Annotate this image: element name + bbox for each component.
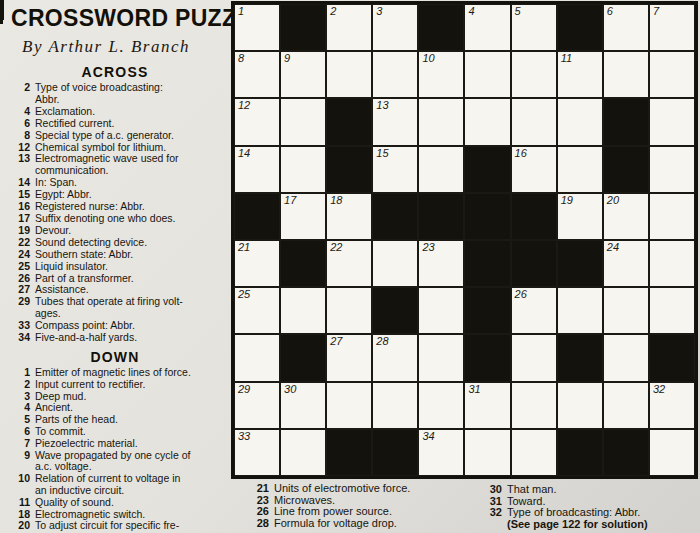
clue-number: 2 xyxy=(2,379,35,391)
cell-number-15: 15 xyxy=(376,147,388,160)
cell-r2c1[interactable]: 8 xyxy=(234,51,280,98)
clue-number: 20 xyxy=(2,520,35,533)
clue-down-10: 10Relation of current to voltage in an i… xyxy=(2,473,229,497)
cell-number-7: 7 xyxy=(653,5,659,18)
cell-r5c6-block xyxy=(464,193,510,240)
cell-number-24: 24 xyxy=(607,241,619,254)
cell-r2c8[interactable]: 11 xyxy=(557,51,603,98)
cell-r1c10[interactable]: 7 xyxy=(649,4,695,51)
cell-r9c10[interactable]: 32 xyxy=(649,382,695,429)
cell-r6c9[interactable]: 24 xyxy=(603,240,649,287)
cell-number-6: 6 xyxy=(607,5,613,18)
cell-r8c5[interactable] xyxy=(418,334,464,381)
clue-text: Emitter of magnetic lines of force. xyxy=(35,367,229,379)
clue-text: Quality of sound. xyxy=(35,497,229,509)
cell-number-17: 17 xyxy=(284,194,296,207)
cell-number-22: 22 xyxy=(330,241,342,254)
clue-number: 13 xyxy=(2,153,35,177)
byline: By Arthur L. Branch xyxy=(0,37,212,57)
cell-number-3: 3 xyxy=(376,5,382,18)
cell-r9c1[interactable]: 29 xyxy=(234,382,280,429)
cell-r3c8[interactable] xyxy=(557,98,603,145)
cell-number-14: 14 xyxy=(238,147,250,160)
clue-number: 3 xyxy=(2,391,35,403)
clue-text: Rectified current. xyxy=(35,118,229,130)
cell-r3c9-block xyxy=(603,98,649,145)
cell-r8c6-block xyxy=(464,334,510,381)
crossword-grid: 1234567891011121314151617181920212223242… xyxy=(231,1,698,479)
cell-r7c1[interactable]: 25 xyxy=(234,287,280,334)
cell-r9c7[interactable] xyxy=(511,382,557,429)
cell-r5c5-block xyxy=(418,193,464,240)
cell-r6c4[interactable] xyxy=(372,240,418,287)
cell-r4c5[interactable] xyxy=(418,146,464,193)
cell-r9c5[interactable] xyxy=(418,382,464,429)
cell-number-21: 21 xyxy=(238,241,250,254)
cell-r7c5[interactable] xyxy=(418,287,464,334)
clue-across-8: 8Special type of a.c. generator. xyxy=(2,130,229,142)
cell-r4c4[interactable]: 15 xyxy=(372,146,418,193)
cell-r10c5[interactable]: 34 xyxy=(418,429,464,476)
cell-r3c6[interactable] xyxy=(464,98,510,145)
cell-r9c9[interactable] xyxy=(603,382,649,429)
clue-number: 21 xyxy=(245,483,274,495)
cell-number-28: 28 xyxy=(376,335,388,348)
cell-r10c10[interactable] xyxy=(649,429,695,476)
cell-r1c7[interactable]: 5 xyxy=(511,4,557,51)
cell-r1c2-block xyxy=(280,4,326,51)
clue-text: Tubes that operate at firing volt- ages. xyxy=(35,296,229,320)
page-title: CROSSWORD PUZZLE xyxy=(11,4,230,31)
cell-r10c8-block xyxy=(557,429,603,476)
clue-across-4: 4Exclamation. xyxy=(2,106,229,118)
cell-number-2: 2 xyxy=(330,5,336,18)
cell-r3c10[interactable] xyxy=(649,98,695,145)
clue-number xyxy=(478,519,507,531)
down-header: DOWN xyxy=(0,349,230,365)
clue-down-21: 21Units of electromotive force. xyxy=(245,483,475,495)
clue-number: 30 xyxy=(478,484,507,496)
cell-number-32: 32 xyxy=(653,383,665,396)
cell-r6c10[interactable] xyxy=(649,240,695,287)
clue-text: Relation of current to voltage in an ind… xyxy=(35,473,229,497)
clue-number: 11 xyxy=(2,497,35,509)
cell-r4c1[interactable]: 14 xyxy=(234,146,280,193)
cell-r2c2[interactable]: 9 xyxy=(280,51,326,98)
clue-text: Sound detecting device. xyxy=(35,237,229,249)
cell-r10c4-block xyxy=(372,429,418,476)
clue-text: Formula for voltage drop. xyxy=(274,518,475,530)
clue-across-2: 2Type of voice broadcasting: Abbr. xyxy=(2,82,229,106)
cell-r1c4[interactable]: 3 xyxy=(372,4,418,51)
clue-text: Special type of a.c. generator. xyxy=(35,130,229,142)
cell-r9c8[interactable] xyxy=(557,382,603,429)
cell-r3c4[interactable]: 13 xyxy=(372,98,418,145)
cell-r2c6[interactable] xyxy=(464,51,510,98)
clue-number: 5 xyxy=(2,414,35,426)
cell-r7c9[interactable] xyxy=(603,287,649,334)
cell-r2c9[interactable] xyxy=(603,51,649,98)
cell-r4c8[interactable] xyxy=(557,146,603,193)
magazine-page: CROSSWORD PUZZLE By Arthur L. Branch ACR… xyxy=(0,0,700,533)
cell-number-31: 31 xyxy=(468,383,480,396)
clue-text: Electromagnetic wave used for communicat… xyxy=(35,153,229,177)
down-clues-continued-left: 21Units of electromotive force.23Microwa… xyxy=(245,483,475,530)
clue-number: 28 xyxy=(245,518,274,530)
cell-r8c10-block xyxy=(649,334,695,381)
cell-r7c7[interactable]: 26 xyxy=(511,287,557,334)
cell-r8c2-block xyxy=(280,334,326,381)
cell-r3c5[interactable] xyxy=(418,98,464,145)
clue-down-7: 7Piezoelectric material. xyxy=(2,438,229,450)
cell-r1c6[interactable]: 4 xyxy=(464,4,510,51)
cell-number-4: 4 xyxy=(468,5,474,18)
clue-number: 25 xyxy=(2,261,35,273)
cell-r6c1[interactable]: 21 xyxy=(234,240,280,287)
clue-number: 6 xyxy=(2,426,35,438)
cell-r1c3[interactable]: 2 xyxy=(326,4,372,51)
cell-r7c6-block xyxy=(464,287,510,334)
cell-r10c9-block xyxy=(603,429,649,476)
cell-r1c5-block xyxy=(418,4,464,51)
cell-r3c2[interactable] xyxy=(280,98,326,145)
cell-r3c7[interactable] xyxy=(511,98,557,145)
clue-number: 29 xyxy=(2,296,35,320)
cell-r2c4[interactable] xyxy=(372,51,418,98)
clue-across-22: 22Sound detecting device. xyxy=(2,237,229,249)
cell-r9c2[interactable]: 30 xyxy=(280,382,326,429)
cell-r4c2[interactable] xyxy=(280,146,326,193)
clue-number: 7 xyxy=(2,438,35,450)
clue-text: To commit. xyxy=(35,426,229,438)
cell-r10c2[interactable] xyxy=(280,429,326,476)
cell-r5c1-block xyxy=(234,193,280,240)
clue-number: 9 xyxy=(2,450,35,474)
cell-r6c6-block xyxy=(464,240,510,287)
clue-number: 32 xyxy=(478,507,507,519)
cell-number-30: 30 xyxy=(284,383,296,396)
clue-across-13: 13Electromagnetic wave used for communic… xyxy=(2,153,229,177)
clue-down-9: 9Wave propagated by one cycle of a.c. vo… xyxy=(2,450,229,474)
cell-r7c3[interactable] xyxy=(326,287,372,334)
clue-number: 8 xyxy=(2,130,35,142)
clue-number: 4 xyxy=(2,402,35,414)
cell-r1c9[interactable]: 6 xyxy=(603,4,649,51)
clue-down-2: 2Input current to rectifier. xyxy=(2,379,229,391)
cell-number-10: 10 xyxy=(422,52,434,65)
cell-r9c3[interactable] xyxy=(326,382,372,429)
clue-text: That man. xyxy=(507,484,700,496)
cell-number-16: 16 xyxy=(515,147,527,160)
clue-down-6: 6To commit. xyxy=(2,426,229,438)
clue-text: Type of voice broadcasting: Abbr. xyxy=(35,82,229,106)
solution-note-text: (See page 122 for solution) xyxy=(507,519,700,531)
clue-text: Input current to rectifier. xyxy=(35,379,229,391)
cell-r8c9[interactable] xyxy=(603,334,649,381)
cell-r8c8-block xyxy=(557,334,603,381)
cell-number-29: 29 xyxy=(238,383,250,396)
cell-number-19: 19 xyxy=(561,194,573,207)
across-header: ACROSS xyxy=(0,64,230,80)
cell-r5c2[interactable]: 17 xyxy=(280,193,326,240)
cell-number-11: 11 xyxy=(561,52,572,65)
clue-down-1: 1Emitter of magnetic lines of force. xyxy=(2,367,229,379)
clue-number: 19 xyxy=(2,225,35,237)
clue-text: Wave propagated by one cycle of a.c. vol… xyxy=(35,450,229,474)
clue-text: Devour. xyxy=(35,225,229,237)
clue-text: Exclamation. xyxy=(35,106,229,118)
solution-note: (See page 122 for solution) xyxy=(478,519,700,531)
cell-r6c3[interactable]: 22 xyxy=(326,240,372,287)
clue-number: 1 xyxy=(2,367,35,379)
cell-r10c1[interactable]: 33 xyxy=(234,429,280,476)
clue-text: Liquid insulator. xyxy=(35,261,229,273)
cell-number-18: 18 xyxy=(330,194,342,207)
clue-number: 4 xyxy=(2,106,35,118)
cell-r2c3[interactable] xyxy=(326,51,372,98)
down-clues-continued-right: 30That man.31Toward.32Type of broadcasti… xyxy=(478,484,700,531)
cell-number-23: 23 xyxy=(422,241,434,254)
cell-r5c10[interactable] xyxy=(649,193,695,240)
cell-number-25: 25 xyxy=(238,288,250,301)
clue-across-34: 34Five-and-a-half yards. xyxy=(2,332,229,344)
cell-number-5: 5 xyxy=(515,5,521,18)
cell-r8c7[interactable] xyxy=(511,334,557,381)
clue-number: 2 xyxy=(2,82,35,106)
cell-r4c10[interactable] xyxy=(649,146,695,193)
clue-down-11: 11Quality of sound. xyxy=(2,497,229,509)
cell-r3c3-block xyxy=(326,98,372,145)
clue-text: To adjust circuit for specific fre- quen… xyxy=(35,520,229,533)
across-clues-list: 2Type of voice broadcasting: Abbr.4Excla… xyxy=(2,82,229,344)
cell-r9c6[interactable]: 31 xyxy=(464,382,510,429)
cell-r2c5[interactable]: 10 xyxy=(418,51,464,98)
cell-r10c6[interactable] xyxy=(464,429,510,476)
cell-r5c7-block xyxy=(511,193,557,240)
clue-across-25: 25Liquid insulator. xyxy=(2,261,229,273)
cell-r10c7[interactable] xyxy=(511,429,557,476)
cell-r5c9[interactable]: 20 xyxy=(603,193,649,240)
cell-r7c2[interactable] xyxy=(280,287,326,334)
cell-number-12: 12 xyxy=(238,99,250,112)
cell-r2c7[interactable] xyxy=(511,51,557,98)
cell-number-9: 9 xyxy=(284,52,290,65)
cell-r7c4-block xyxy=(372,287,418,334)
cell-r3c1[interactable]: 12 xyxy=(234,98,280,145)
cell-r1c8-block xyxy=(557,4,603,51)
clue-number: 24 xyxy=(2,249,35,261)
cell-r7c10[interactable] xyxy=(649,287,695,334)
clue-text: Five-and-a-half yards. xyxy=(35,332,229,344)
cell-r6c2-block xyxy=(280,240,326,287)
cell-r5c3[interactable]: 18 xyxy=(326,193,372,240)
clue-number: 10 xyxy=(2,473,35,497)
cell-r8c4[interactable]: 28 xyxy=(372,334,418,381)
clue-text: Units of electromotive force. xyxy=(274,483,475,495)
cell-r10c3-block xyxy=(326,429,372,476)
cell-number-8: 8 xyxy=(238,52,244,65)
clue-text: Piezoelectric material. xyxy=(35,438,229,450)
cell-r6c5[interactable]: 23 xyxy=(418,240,464,287)
cell-r2c10[interactable] xyxy=(649,51,695,98)
cell-number-33: 33 xyxy=(238,430,250,443)
cell-r6c8-block xyxy=(557,240,603,287)
cell-r1c1[interactable]: 1 xyxy=(234,4,280,51)
clue-number: 22 xyxy=(2,237,35,249)
clue-across-24: 24Southern state: Abbr. xyxy=(2,249,229,261)
clues-panel: CROSSWORD PUZZLE By Arthur L. Branch ACR… xyxy=(0,0,230,533)
clue-across-19: 19Devour. xyxy=(2,225,229,237)
down-clues-list: 1Emitter of magnetic lines of force.2Inp… xyxy=(2,367,229,533)
cell-number-26: 26 xyxy=(515,288,527,301)
cell-r6c7-block xyxy=(511,240,557,287)
cell-r4c9-block xyxy=(603,146,649,193)
clue-text: Southern state: Abbr. xyxy=(35,249,229,261)
cell-r8c3[interactable]: 27 xyxy=(326,334,372,381)
clue-across-6: 6Rectified current. xyxy=(2,118,229,130)
cell-r9c4[interactable] xyxy=(372,382,418,429)
cell-number-34: 34 xyxy=(422,430,434,443)
clue-number: 6 xyxy=(2,118,35,130)
cell-r5c8[interactable]: 19 xyxy=(557,193,603,240)
cell-r4c3-block xyxy=(326,146,372,193)
clue-down-20: 20To adjust circuit for specific fre- qu… xyxy=(2,520,229,533)
cell-r7c8[interactable] xyxy=(557,287,603,334)
cell-number-27: 27 xyxy=(330,335,342,348)
cell-r4c7[interactable]: 16 xyxy=(511,146,557,193)
cell-r5c4-block xyxy=(372,193,418,240)
clue-number: 34 xyxy=(2,332,35,344)
cell-number-20: 20 xyxy=(607,194,619,207)
cell-number-13: 13 xyxy=(376,99,388,112)
clue-down-30: 30That man. xyxy=(478,484,700,496)
cell-number-1: 1 xyxy=(238,5,244,18)
cell-r4c6-block xyxy=(464,146,510,193)
cell-r8c1[interactable] xyxy=(234,334,280,381)
clue-across-29: 29Tubes that operate at firing volt- age… xyxy=(2,296,229,320)
clue-down-28: 28Formula for voltage drop. xyxy=(245,518,475,530)
